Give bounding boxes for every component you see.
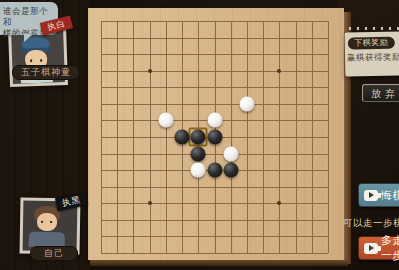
self-eye-right — [50, 221, 52, 223]
grid-line-horizontal — [101, 220, 328, 221]
extra-move-button-label: 多走一步 — [381, 233, 399, 263]
gomoku-board[interactable] — [88, 8, 344, 260]
board-bottom-edge — [90, 260, 348, 266]
grid-line-horizontal — [101, 203, 328, 204]
watch-ad-video-icon — [364, 190, 378, 201]
opponent-eye-left — [30, 59, 32, 62]
star-point — [277, 201, 281, 205]
reward-note[interactable]: 下棋奖励 赢棋获得奖励 — [345, 31, 399, 76]
stone-white — [239, 96, 254, 111]
opponent-name: 五子棋神童 — [12, 65, 80, 80]
game-screen: 谁会是那个和 棋的倒霉蛋 执白 五子棋神童 执黑 自己 下棋奖励 赢棋获得奖励 … — [0, 0, 399, 270]
self-name: 自己 — [30, 246, 78, 261]
grid-line-horizontal — [101, 236, 328, 237]
grid-line-horizontal — [101, 154, 328, 155]
self-eye-left — [41, 221, 43, 223]
stone-black — [207, 163, 222, 178]
self-face — [37, 213, 57, 231]
stone-white — [191, 163, 206, 178]
undo-move-button[interactable]: 悔棋 — [358, 183, 399, 207]
grid-line-vertical — [231, 21, 232, 253]
extra-move-button[interactable]: 多走一步 — [358, 236, 399, 260]
reward-note-title: 下棋奖励 — [348, 37, 395, 50]
watch-ad-video-icon — [364, 243, 378, 254]
self-torso — [29, 232, 65, 248]
stone-white — [158, 113, 173, 128]
opponent-eye-right — [40, 59, 42, 62]
stone-white — [207, 113, 222, 128]
grid-line-vertical — [247, 21, 248, 253]
stone-black — [223, 163, 238, 178]
grid-line-vertical — [279, 21, 280, 253]
grid-line-vertical — [296, 21, 297, 253]
board-grid[interactable] — [101, 21, 328, 253]
stone-black — [207, 130, 222, 145]
speech-bubble-tail — [24, 34, 33, 42]
star-point — [148, 201, 152, 205]
stone-white — [223, 146, 238, 161]
grid-line-vertical — [328, 21, 329, 253]
star-point — [148, 69, 152, 73]
grid-line-horizontal — [101, 253, 328, 254]
stone-black — [191, 130, 206, 145]
star-point — [277, 69, 281, 73]
grid-line-vertical — [263, 21, 264, 253]
note-stitch-dots — [349, 27, 399, 30]
grid-line-vertical — [312, 21, 313, 253]
reward-note-subtitle: 赢棋获得奖励 — [347, 51, 399, 64]
stone-black — [175, 130, 190, 145]
stone-black — [191, 146, 206, 161]
resign-button[interactable]: 放弃 — [362, 84, 399, 102]
undo-button-label: 悔棋 — [381, 188, 399, 203]
extra-move-hint: 可以走一步棋 — [343, 217, 399, 230]
grid-line-horizontal — [101, 187, 328, 188]
